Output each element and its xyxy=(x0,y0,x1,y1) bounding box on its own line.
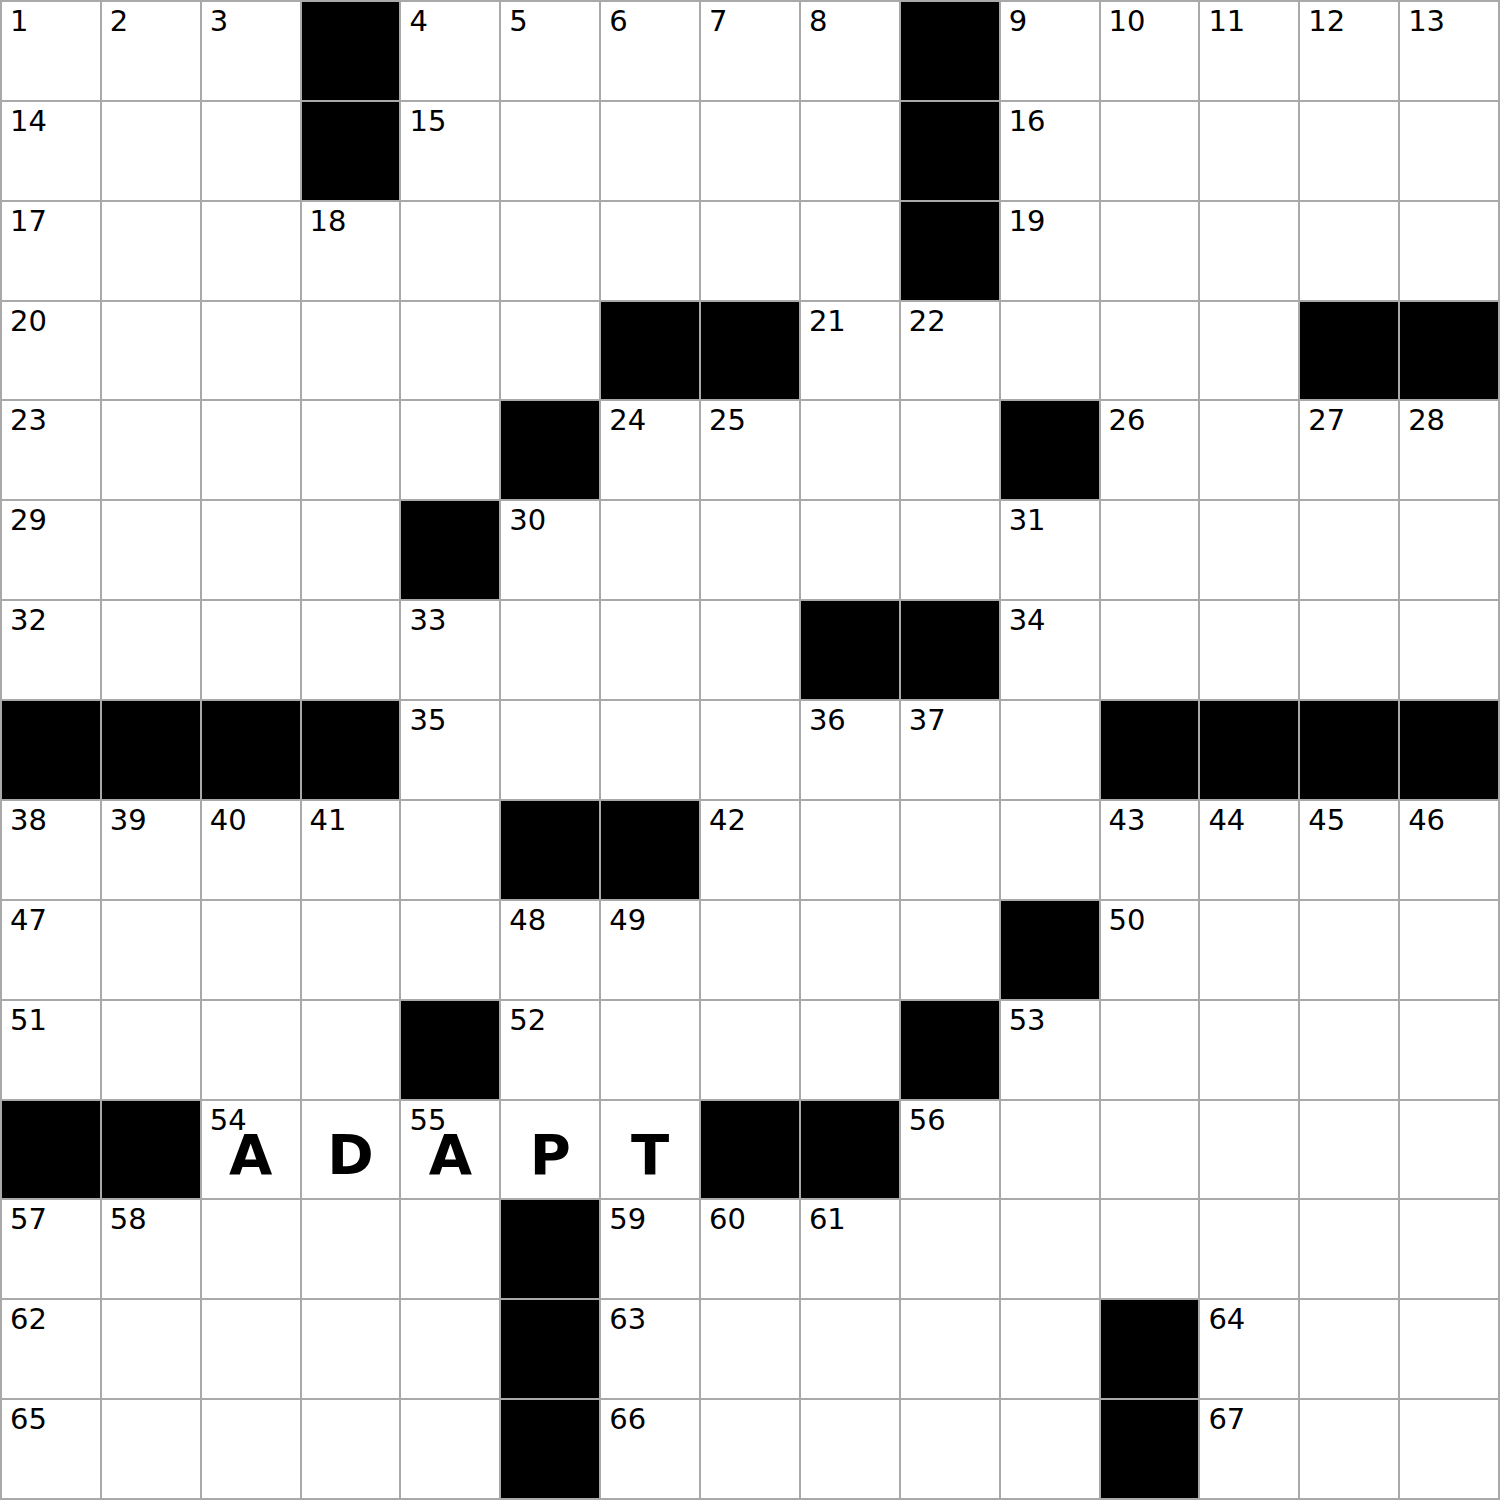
black-cell xyxy=(901,2,999,100)
grid-cell[interactable]: 30 xyxy=(501,501,599,599)
grid-cell[interactable]: 47 xyxy=(2,901,100,999)
black-cell xyxy=(401,501,499,599)
black-cell xyxy=(1400,302,1498,400)
grid-cell[interactable] xyxy=(102,1300,200,1398)
grid-cell[interactable]: 40 xyxy=(202,801,300,899)
clue-number: 24 xyxy=(609,406,646,435)
black-cell xyxy=(2,701,100,799)
grid-cell[interactable] xyxy=(1001,302,1099,400)
clue-number: 35 xyxy=(409,706,446,735)
grid-cell[interactable]: 41 xyxy=(302,801,400,899)
clue-number: 15 xyxy=(409,107,446,136)
grid-cell[interactable] xyxy=(1400,901,1498,999)
clue-number: 39 xyxy=(110,806,147,835)
grid-cell[interactable]: T xyxy=(601,1101,699,1199)
grid-cell[interactable] xyxy=(1001,801,1099,899)
grid-cell[interactable] xyxy=(202,1400,300,1498)
grid-cell[interactable] xyxy=(701,601,799,699)
clue-number: 12 xyxy=(1308,7,1345,36)
grid-cell[interactable] xyxy=(901,901,999,999)
grid-cell[interactable] xyxy=(202,401,300,499)
clue-number: 32 xyxy=(10,606,47,635)
grid-cell[interactable]: 38 xyxy=(2,801,100,899)
grid-cell[interactable] xyxy=(1300,501,1398,599)
black-cell xyxy=(302,2,400,100)
clue-number: 5 xyxy=(509,7,527,36)
grid-cell[interactable]: 36 xyxy=(801,701,899,799)
grid-cell[interactable]: 55A xyxy=(401,1101,499,1199)
black-cell xyxy=(501,1300,599,1398)
black-cell xyxy=(801,1101,899,1199)
clue-number: 27 xyxy=(1308,406,1345,435)
clue-number: 65 xyxy=(10,1405,47,1434)
clue-number: 25 xyxy=(709,406,746,435)
grid-cell[interactable]: 53 xyxy=(1001,1001,1099,1099)
clue-number: 18 xyxy=(310,207,347,236)
clue-number: 44 xyxy=(1208,806,1245,835)
grid-cell[interactable]: 44 xyxy=(1200,801,1298,899)
grid-cell[interactable] xyxy=(202,501,300,599)
grid-cell[interactable] xyxy=(1300,102,1398,200)
grid-cell[interactable] xyxy=(801,1400,899,1498)
grid-cell[interactable] xyxy=(401,1300,499,1398)
black-cell xyxy=(102,701,200,799)
cell-letter: A xyxy=(401,1101,499,1199)
black-cell xyxy=(1400,701,1498,799)
grid-cell[interactable]: 39 xyxy=(102,801,200,899)
grid-cell[interactable] xyxy=(1300,601,1398,699)
grid-cell[interactable] xyxy=(1101,302,1199,400)
grid-cell[interactable] xyxy=(302,901,400,999)
clue-number: 9 xyxy=(1009,7,1027,36)
clue-number: 30 xyxy=(509,506,546,535)
black-cell xyxy=(901,202,999,300)
grid-cell[interactable]: P xyxy=(501,1101,599,1199)
grid-cell[interactable] xyxy=(701,901,799,999)
clue-number: 37 xyxy=(909,706,946,735)
grid-cell[interactable] xyxy=(102,1001,200,1099)
grid-cell[interactable] xyxy=(1101,102,1199,200)
grid-cell[interactable]: 50 xyxy=(1101,901,1199,999)
grid-cell[interactable] xyxy=(601,501,699,599)
grid-cell[interactable] xyxy=(1400,1101,1498,1199)
grid-cell[interactable]: 35 xyxy=(401,701,499,799)
black-cell xyxy=(302,701,400,799)
clue-number: 4 xyxy=(409,7,427,36)
grid-cell[interactable] xyxy=(302,1400,400,1498)
black-cell xyxy=(1101,1300,1199,1398)
grid-cell[interactable]: 67 xyxy=(1200,1400,1298,1498)
grid-cell[interactable] xyxy=(1101,601,1199,699)
black-cell xyxy=(202,701,300,799)
grid-cell[interactable] xyxy=(1200,401,1298,499)
grid-cell[interactable] xyxy=(302,302,400,400)
grid-cell[interactable]: 16 xyxy=(1001,102,1099,200)
clue-number: 10 xyxy=(1109,7,1146,36)
grid-cell[interactable] xyxy=(302,1300,400,1398)
clue-number: 34 xyxy=(1009,606,1046,635)
clue-number: 56 xyxy=(909,1106,946,1135)
grid-cell[interactable]: 27 xyxy=(1300,401,1398,499)
clue-number: 1 xyxy=(10,7,28,36)
grid-cell[interactable] xyxy=(202,302,300,400)
grid-cell[interactable]: 2 xyxy=(102,2,200,100)
black-cell xyxy=(501,1400,599,1498)
clue-number: 38 xyxy=(10,806,47,835)
black-cell xyxy=(601,801,699,899)
cell-letter: P xyxy=(501,1101,599,1199)
grid-cell[interactable] xyxy=(1400,102,1498,200)
grid-cell[interactable] xyxy=(701,1001,799,1099)
grid-cell[interactable] xyxy=(202,102,300,200)
grid-cell[interactable]: 43 xyxy=(1101,801,1199,899)
clue-number: 13 xyxy=(1408,7,1445,36)
grid-cell[interactable]: 60 xyxy=(701,1200,799,1298)
grid-cell[interactable] xyxy=(1300,202,1398,300)
grid-cell[interactable]: 63 xyxy=(601,1300,699,1398)
grid-cell[interactable] xyxy=(601,1001,699,1099)
clue-number: 42 xyxy=(709,806,746,835)
grid-cell[interactable] xyxy=(401,901,499,999)
grid-cell[interactable] xyxy=(1101,202,1199,300)
clue-number: 52 xyxy=(509,1006,546,1035)
grid-cell[interactable] xyxy=(501,302,599,400)
clue-number: 53 xyxy=(1009,1006,1046,1035)
grid-cell[interactable] xyxy=(202,1001,300,1099)
grid-cell[interactable] xyxy=(102,901,200,999)
grid-cell[interactable] xyxy=(701,102,799,200)
clue-number: 45 xyxy=(1308,806,1345,835)
clue-number: 6 xyxy=(609,7,627,36)
grid-cell[interactable] xyxy=(801,202,899,300)
grid-cell[interactable] xyxy=(1300,1101,1398,1199)
grid-cell[interactable]: 28 xyxy=(1400,401,1498,499)
grid-cell[interactable] xyxy=(1101,1200,1199,1298)
grid-cell[interactable] xyxy=(202,601,300,699)
grid-cell[interactable]: 64 xyxy=(1200,1300,1298,1398)
grid-cell[interactable] xyxy=(1300,1001,1398,1099)
grid-cell[interactable] xyxy=(1001,1300,1099,1398)
grid-cell[interactable]: 34 xyxy=(1001,601,1099,699)
cell-letter: T xyxy=(601,1101,699,1199)
grid-cell[interactable] xyxy=(701,1300,799,1398)
clue-number: 41 xyxy=(310,806,347,835)
grid-cell[interactable] xyxy=(102,501,200,599)
grid-cell[interactable] xyxy=(1400,501,1498,599)
grid-cell[interactable]: 15 xyxy=(401,102,499,200)
clue-number: 43 xyxy=(1109,806,1146,835)
grid-cell[interactable] xyxy=(202,1200,300,1298)
grid-cell[interactable] xyxy=(1300,901,1398,999)
grid-cell[interactable]: 57 xyxy=(2,1200,100,1298)
clue-number: 49 xyxy=(609,906,646,935)
grid-cell[interactable] xyxy=(1200,1200,1298,1298)
clue-number: 7 xyxy=(709,7,727,36)
grid-cell[interactable] xyxy=(202,1300,300,1398)
black-cell xyxy=(801,601,899,699)
clue-number: 8 xyxy=(809,7,827,36)
clue-number: 50 xyxy=(1109,906,1146,935)
clue-number: 58 xyxy=(110,1205,147,1234)
grid-cell[interactable] xyxy=(401,302,499,400)
grid-cell[interactable] xyxy=(302,401,400,499)
black-cell xyxy=(901,601,999,699)
grid-cell[interactable]: 7 xyxy=(701,2,799,100)
grid-cell[interactable] xyxy=(401,801,499,899)
clue-number: 22 xyxy=(909,307,946,336)
grid-cell[interactable] xyxy=(701,501,799,599)
grid-cell[interactable]: 23 xyxy=(2,401,100,499)
grid-cell[interactable]: 3 xyxy=(202,2,300,100)
grid-cell[interactable]: 22 xyxy=(901,302,999,400)
clue-number: 40 xyxy=(210,806,247,835)
grid-cell[interactable] xyxy=(601,701,699,799)
clue-number: 36 xyxy=(809,706,846,735)
black-cell xyxy=(401,1001,499,1099)
clue-number: 33 xyxy=(409,606,446,635)
grid-cell[interactable] xyxy=(401,401,499,499)
cell-letter: A xyxy=(202,1101,300,1199)
grid-cell[interactable] xyxy=(302,1001,400,1099)
clue-number: 46 xyxy=(1408,806,1445,835)
clue-number: 14 xyxy=(10,107,47,136)
black-cell xyxy=(1001,901,1099,999)
grid-cell[interactable]: 6 xyxy=(601,2,699,100)
clue-number: 3 xyxy=(210,7,228,36)
grid-cell[interactable] xyxy=(701,701,799,799)
grid-cell[interactable]: 31 xyxy=(1001,501,1099,599)
grid-cell[interactable] xyxy=(601,601,699,699)
grid-cell[interactable] xyxy=(901,1400,999,1498)
crossword-board: 1234567891011121314151617181920212223242… xyxy=(0,0,1500,1500)
grid-cell[interactable]: 10 xyxy=(1101,2,1199,100)
grid-cell[interactable] xyxy=(302,1200,400,1298)
grid-cell[interactable] xyxy=(501,701,599,799)
grid-cell[interactable]: 62 xyxy=(2,1300,100,1398)
grid-cell[interactable]: 66 xyxy=(601,1400,699,1498)
grid-cell[interactable] xyxy=(901,401,999,499)
clue-number: 29 xyxy=(10,506,47,535)
grid-cell[interactable] xyxy=(1001,1200,1099,1298)
grid-cell[interactable] xyxy=(1400,1400,1498,1498)
grid-cell[interactable] xyxy=(1200,1101,1298,1199)
black-cell xyxy=(1001,401,1099,499)
grid-cell[interactable] xyxy=(801,102,899,200)
grid-cell[interactable] xyxy=(1400,1300,1498,1398)
grid-cell[interactable] xyxy=(102,202,200,300)
grid-cell[interactable]: 13 xyxy=(1400,2,1498,100)
grid-cell[interactable]: 29 xyxy=(2,501,100,599)
grid-cell[interactable] xyxy=(501,202,599,300)
black-cell xyxy=(701,302,799,400)
grid-cell[interactable]: 18 xyxy=(302,202,400,300)
grid-cell[interactable] xyxy=(1200,202,1298,300)
black-cell xyxy=(1300,302,1398,400)
grid-cell[interactable] xyxy=(801,901,899,999)
grid-cell[interactable] xyxy=(202,202,300,300)
clue-number: 26 xyxy=(1109,406,1146,435)
grid-cell[interactable]: 21 xyxy=(801,302,899,400)
grid-cell[interactable] xyxy=(1101,501,1199,599)
grid-cell[interactable]: 33 xyxy=(401,601,499,699)
black-cell xyxy=(1300,701,1398,799)
grid-cell[interactable] xyxy=(302,501,400,599)
grid-cell[interactable] xyxy=(901,501,999,599)
grid-cell[interactable] xyxy=(1101,1001,1199,1099)
grid-cell[interactable]: 45 xyxy=(1300,801,1398,899)
grid-cell[interactable]: 46 xyxy=(1400,801,1498,899)
clue-number: 51 xyxy=(10,1006,47,1035)
clue-number: 17 xyxy=(10,207,47,236)
black-cell xyxy=(501,801,599,899)
grid-cell[interactable]: 12 xyxy=(1300,2,1398,100)
grid-cell[interactable] xyxy=(801,1001,899,1099)
black-cell xyxy=(102,1101,200,1199)
clue-number: 21 xyxy=(809,307,846,336)
grid-cell[interactable] xyxy=(1400,1200,1498,1298)
clue-number: 59 xyxy=(609,1205,646,1234)
grid-cell[interactable] xyxy=(1400,1001,1498,1099)
grid-cell[interactable] xyxy=(1200,601,1298,699)
black-cell xyxy=(1101,1400,1199,1498)
clue-number: 57 xyxy=(10,1205,47,1234)
grid-cell[interactable] xyxy=(901,801,999,899)
grid-cell[interactable] xyxy=(302,601,400,699)
grid-cell[interactable]: 48 xyxy=(501,901,599,999)
grid-cell[interactable]: 26 xyxy=(1101,401,1199,499)
grid-cell[interactable] xyxy=(1200,901,1298,999)
clue-number: 31 xyxy=(1009,506,1046,535)
grid-cell[interactable] xyxy=(1200,102,1298,200)
grid-cell[interactable] xyxy=(1200,302,1298,400)
clue-number: 63 xyxy=(609,1305,646,1334)
black-cell xyxy=(601,302,699,400)
grid-cell[interactable]: 54A xyxy=(202,1101,300,1199)
black-cell xyxy=(501,1200,599,1298)
grid-cell[interactable]: 59 xyxy=(601,1200,699,1298)
grid-cell[interactable]: 20 xyxy=(2,302,100,400)
grid-cell[interactable]: 17 xyxy=(2,202,100,300)
clue-number: 47 xyxy=(10,906,47,935)
black-cell xyxy=(901,102,999,200)
grid-cell[interactable] xyxy=(801,1300,899,1398)
grid-cell[interactable] xyxy=(1300,1300,1398,1398)
grid-cell[interactable]: 58 xyxy=(102,1200,200,1298)
clue-number: 67 xyxy=(1208,1405,1245,1434)
grid-cell[interactable] xyxy=(1001,1101,1099,1199)
grid-cell[interactable] xyxy=(1101,1101,1199,1199)
grid-cell[interactable]: 52 xyxy=(501,1001,599,1099)
clue-number: 19 xyxy=(1009,207,1046,236)
clue-number: 16 xyxy=(1009,107,1046,136)
grid-cell[interactable]: 42 xyxy=(701,801,799,899)
black-cell xyxy=(901,1001,999,1099)
grid-cell[interactable]: 9 xyxy=(1001,2,1099,100)
grid-cell[interactable]: 65 xyxy=(2,1400,100,1498)
grid-cell[interactable] xyxy=(801,801,899,899)
clue-number: 23 xyxy=(10,406,47,435)
grid-cell[interactable]: 24 xyxy=(601,401,699,499)
grid-cell[interactable] xyxy=(601,102,699,200)
grid-cell[interactable] xyxy=(401,1400,499,1498)
grid-cell[interactable] xyxy=(102,102,200,200)
grid-cell[interactable] xyxy=(801,501,899,599)
clue-number: 60 xyxy=(709,1205,746,1234)
clue-number: 20 xyxy=(10,307,47,336)
grid-cell[interactable] xyxy=(601,202,699,300)
grid-cell[interactable] xyxy=(401,202,499,300)
grid-cell[interactable] xyxy=(501,601,599,699)
grid-cell[interactable]: 11 xyxy=(1200,2,1298,100)
cell-letter: D xyxy=(302,1101,400,1199)
grid-cell[interactable]: 1 xyxy=(2,2,100,100)
grid-cell[interactable]: 32 xyxy=(2,601,100,699)
grid-cell[interactable] xyxy=(202,901,300,999)
black-cell xyxy=(2,1101,100,1199)
clue-number: 62 xyxy=(10,1305,47,1334)
black-cell xyxy=(501,401,599,499)
grid-cell[interactable] xyxy=(102,601,200,699)
grid-cell[interactable]: 56 xyxy=(901,1101,999,1199)
grid-cell[interactable] xyxy=(102,401,200,499)
grid-cell[interactable] xyxy=(701,202,799,300)
grid-cell[interactable] xyxy=(102,1400,200,1498)
grid-cell[interactable] xyxy=(102,302,200,400)
grid-cell[interactable] xyxy=(1400,202,1498,300)
grid-cell[interactable]: 49 xyxy=(601,901,699,999)
grid-cell[interactable] xyxy=(701,1400,799,1498)
grid-cell[interactable] xyxy=(801,401,899,499)
grid-cell[interactable] xyxy=(901,1300,999,1398)
grid-cell[interactable] xyxy=(1300,1200,1398,1298)
grid-cell[interactable]: 14 xyxy=(2,102,100,200)
black-cell xyxy=(701,1101,799,1199)
grid-cell[interactable]: 51 xyxy=(2,1001,100,1099)
grid-cell[interactable] xyxy=(501,102,599,200)
grid-cell[interactable] xyxy=(901,1200,999,1298)
grid-cell[interactable] xyxy=(1300,1400,1398,1498)
clue-number: 48 xyxy=(509,906,546,935)
grid-cell[interactable] xyxy=(1001,701,1099,799)
grid-cell[interactable] xyxy=(1400,601,1498,699)
grid-cell[interactable] xyxy=(1200,1001,1298,1099)
grid-cell[interactable]: D xyxy=(302,1101,400,1199)
grid-cell[interactable]: 8 xyxy=(801,2,899,100)
grid-cell[interactable] xyxy=(401,1200,499,1298)
grid-cell[interactable]: 5 xyxy=(501,2,599,100)
black-cell xyxy=(1200,701,1298,799)
grid-cell[interactable] xyxy=(1001,1400,1099,1498)
clue-number: 64 xyxy=(1208,1305,1245,1334)
grid-cell[interactable] xyxy=(1200,501,1298,599)
grid-cell[interactable]: 4 xyxy=(401,2,499,100)
clue-number: 28 xyxy=(1408,406,1445,435)
clue-number: 66 xyxy=(609,1405,646,1434)
clue-number: 61 xyxy=(809,1205,846,1234)
grid-cell[interactable]: 25 xyxy=(701,401,799,499)
clue-number: 11 xyxy=(1208,7,1245,36)
grid-cell[interactable]: 37 xyxy=(901,701,999,799)
clue-number: 2 xyxy=(110,7,128,36)
grid-cell[interactable]: 61 xyxy=(801,1200,899,1298)
grid-cell[interactable]: 19 xyxy=(1001,202,1099,300)
black-cell xyxy=(1101,701,1199,799)
black-cell xyxy=(302,102,400,200)
